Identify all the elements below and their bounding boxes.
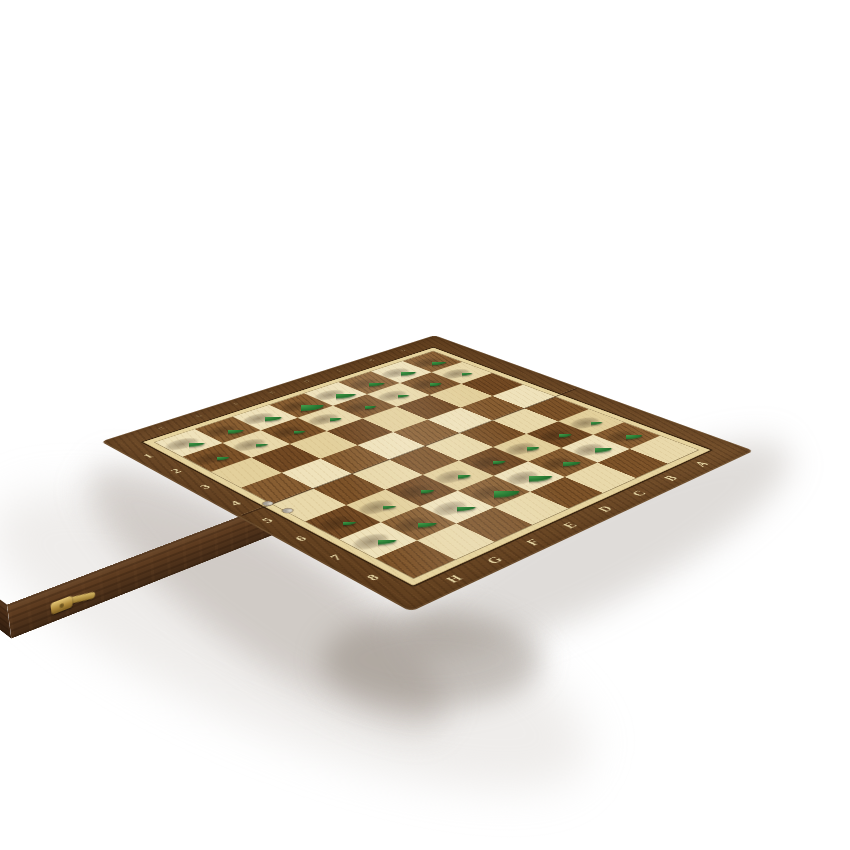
file-label-C: C: [628, 489, 650, 498]
photo-stage: ♜♞♝♛♚♝♞♜♟♟♟♟♟♟♟♟♟♟♟♟♟♟♟♟♜♞♝♛♚♝♞♜ 1234567…: [0, 0, 850, 850]
black-rook-icon: ♜: [347, 473, 410, 540]
file-label-D: D: [594, 504, 616, 514]
white-pawn-icon: ♟: [379, 354, 417, 394]
rank-label-4: 4: [227, 499, 245, 507]
rank-label-8: 8: [363, 572, 383, 582]
white-pawn-icon: ♟: [235, 400, 276, 444]
file-label-H: H: [442, 573, 466, 585]
rank-label-7: 7: [326, 553, 345, 563]
rank-label-3: 3: [197, 483, 214, 491]
rank-label-6: 6: [292, 534, 311, 543]
file-label-B: B: [661, 474, 682, 483]
white-pawn-icon: ♟: [412, 344, 449, 384]
file-label-G: G: [483, 555, 507, 566]
square-h7: ♜: [340, 522, 417, 558]
white-pawn-icon: ♟: [273, 388, 313, 431]
brass-latch: [48, 583, 96, 620]
file-label-A: A: [692, 460, 713, 469]
file-label-F: F: [523, 537, 544, 547]
white-pawn-icon: ♟: [196, 413, 238, 457]
chess-board: ♜♞♝♛♚♝♞♜♟♟♟♟♟♟♟♟♟♟♟♟♟♟♟♟♜♞♝♛♚♝♞♜ 1234567…: [101, 335, 754, 612]
white-pawn-icon: ♟: [345, 365, 384, 406]
white-pawn-icon: ♟: [310, 376, 350, 418]
scene: ♜♞♝♛♚♝♞♜♟♟♟♟♟♟♟♟♟♟♟♟♟♟♟♟♜♞♝♛♚♝♞♜ 1234567…: [0, 0, 850, 850]
rank-label-5: 5: [259, 516, 277, 525]
rank-label-1: 1: [140, 452, 156, 459]
rank-label-2: 2: [168, 467, 185, 475]
file-label-E: E: [559, 520, 581, 530]
black-rook-h7: ♜: [340, 522, 417, 558]
